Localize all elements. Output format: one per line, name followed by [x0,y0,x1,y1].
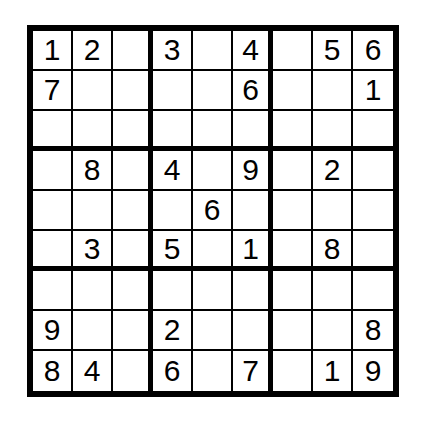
cell-r5c1[interactable] [33,191,73,231]
cell-r4c4[interactable]: 4 [153,151,193,191]
cell-r1c5[interactable] [193,31,233,71]
cell-r3c3[interactable] [113,111,153,151]
cell-r3c2[interactable] [73,111,113,151]
cell-r8c7[interactable] [273,311,313,351]
cell-r9c3[interactable] [113,351,153,391]
cell-r7c4[interactable] [153,271,193,311]
cell-r1c7[interactable] [273,31,313,71]
cell-r4c5[interactable] [193,151,233,191]
cell-r4c6[interactable]: 9 [233,151,273,191]
cell-r1c3[interactable] [113,31,153,71]
cell-r2c2[interactable] [73,71,113,111]
cell-r8c9[interactable]: 8 [353,311,393,351]
cell-r5c9[interactable] [353,191,393,231]
cell-r9c6[interactable]: 7 [233,351,273,391]
cell-r4c1[interactable] [33,151,73,191]
cell-r5c2[interactable] [73,191,113,231]
cell-r9c8[interactable]: 1 [313,351,353,391]
cell-r5c5[interactable]: 6 [193,191,233,231]
cell-r4c2[interactable]: 8 [73,151,113,191]
cell-r6c2[interactable]: 3 [73,231,113,271]
cell-r7c7[interactable] [273,271,313,311]
cell-r9c9[interactable]: 9 [353,351,393,391]
cell-r2c9[interactable]: 1 [353,71,393,111]
cell-r9c4[interactable]: 6 [153,351,193,391]
cell-r4c8[interactable]: 2 [313,151,353,191]
cell-r1c6[interactable]: 4 [233,31,273,71]
cell-r2c7[interactable] [273,71,313,111]
cell-r2c6[interactable]: 6 [233,71,273,111]
cell-r8c2[interactable] [73,311,113,351]
cell-r8c6[interactable] [233,311,273,351]
cell-r8c8[interactable] [313,311,353,351]
cell-r3c4[interactable] [153,111,193,151]
cell-r1c4[interactable]: 3 [153,31,193,71]
cell-r8c5[interactable] [193,311,233,351]
cell-r5c8[interactable] [313,191,353,231]
cell-r1c9[interactable]: 6 [353,31,393,71]
cell-r1c8[interactable]: 5 [313,31,353,71]
cell-r6c6[interactable]: 1 [233,231,273,271]
cell-r1c1[interactable]: 1 [33,31,73,71]
cell-r7c5[interactable] [193,271,233,311]
cell-r5c6[interactable] [233,191,273,231]
cell-r7c3[interactable] [113,271,153,311]
cell-r8c3[interactable] [113,311,153,351]
cell-r7c2[interactable] [73,271,113,311]
cell-r8c4[interactable]: 2 [153,311,193,351]
cell-r5c3[interactable] [113,191,153,231]
cell-r3c7[interactable] [273,111,313,151]
cell-r1c2[interactable]: 2 [73,31,113,71]
cell-r3c5[interactable] [193,111,233,151]
cell-r9c2[interactable]: 4 [73,351,113,391]
cell-r6c9[interactable] [353,231,393,271]
sudoku-board: 123456761849263518928846719 [27,25,399,397]
cell-r4c3[interactable] [113,151,153,191]
cell-r3c8[interactable] [313,111,353,151]
cell-r3c9[interactable] [353,111,393,151]
cell-r9c7[interactable] [273,351,313,391]
cell-r6c5[interactable] [193,231,233,271]
cell-r2c8[interactable] [313,71,353,111]
cell-r8c1[interactable]: 9 [33,311,73,351]
cell-r2c1[interactable]: 7 [33,71,73,111]
cell-r6c7[interactable] [273,231,313,271]
cell-r9c1[interactable]: 8 [33,351,73,391]
cell-r5c4[interactable] [153,191,193,231]
cell-r9c5[interactable] [193,351,233,391]
cell-r4c9[interactable] [353,151,393,191]
cell-r3c6[interactable] [233,111,273,151]
cell-r7c6[interactable] [233,271,273,311]
cell-r7c1[interactable] [33,271,73,311]
cell-r7c8[interactable] [313,271,353,311]
cell-r2c4[interactable] [153,71,193,111]
cell-r6c3[interactable] [113,231,153,271]
cell-r2c5[interactable] [193,71,233,111]
cell-r2c3[interactable] [113,71,153,111]
cell-r6c1[interactable] [33,231,73,271]
cell-r7c9[interactable] [353,271,393,311]
cell-r4c7[interactable] [273,151,313,191]
cell-r6c8[interactable]: 8 [313,231,353,271]
cell-r6c4[interactable]: 5 [153,231,193,271]
cell-r5c7[interactable] [273,191,313,231]
sudoku-board-wrapper: 123456761849263518928846719 [27,25,399,397]
cell-r3c1[interactable] [33,111,73,151]
